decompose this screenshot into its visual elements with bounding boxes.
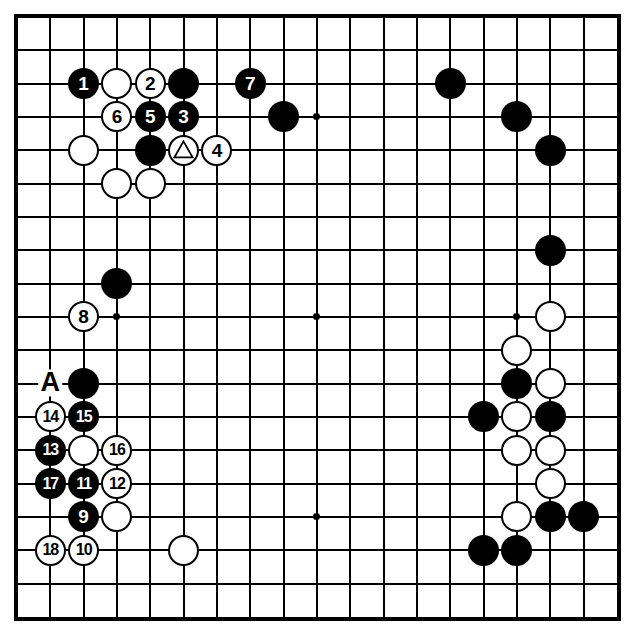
move-number: 9 — [78, 507, 89, 526]
stone-black-move-13: 13 — [35, 435, 66, 466]
grid-line-horizontal — [16, 583, 618, 585]
stone-white — [135, 168, 166, 199]
stone-black — [535, 235, 566, 266]
move-number: 14 — [42, 409, 58, 425]
stone-black — [535, 401, 566, 432]
stone-white — [535, 435, 566, 466]
move-number: 13 — [42, 442, 58, 458]
move-number: 18 — [42, 542, 58, 558]
grid-line-vertical — [416, 16, 418, 618]
stone-white-triangle — [168, 135, 199, 166]
stone-white — [535, 368, 566, 399]
stone-white — [535, 468, 566, 499]
stone-black — [435, 68, 466, 99]
move-number: 4 — [212, 141, 223, 160]
grid-line-vertical — [349, 16, 351, 618]
stone-white — [68, 435, 99, 466]
move-number: 7 — [245, 74, 256, 93]
move-number: 2 — [145, 74, 156, 93]
stone-white — [68, 135, 99, 166]
move-number: 8 — [78, 307, 89, 326]
stone-black — [535, 501, 566, 532]
move-number: 1 — [78, 74, 89, 93]
stone-white-move-10: 10 — [68, 535, 99, 566]
go-diagram: 123456789101112131415161718 A — [0, 0, 640, 640]
grid-line-vertical — [483, 16, 485, 618]
move-number: 11 — [76, 476, 91, 492]
grid-line-vertical — [449, 16, 451, 618]
move-number: 3 — [178, 107, 189, 126]
triangle-mark-icon — [170, 137, 197, 164]
point-label-a: A — [39, 369, 63, 396]
move-number: 15 — [76, 409, 92, 425]
stone-black-move-17: 17 — [35, 468, 66, 499]
stone-white — [168, 535, 199, 566]
move-number: 6 — [112, 107, 123, 126]
move-number: 10 — [76, 542, 92, 558]
stone-black — [501, 535, 532, 566]
move-number: 12 — [109, 476, 125, 492]
move-number: 5 — [145, 107, 156, 126]
stone-black — [468, 535, 499, 566]
stone-black-move-7: 7 — [235, 68, 266, 99]
move-number: 16 — [109, 442, 125, 458]
stone-white-move-18: 18 — [35, 535, 66, 566]
stone-black — [135, 135, 166, 166]
move-number: 17 — [42, 476, 58, 492]
stone-white-move-2: 2 — [135, 68, 166, 99]
grid-line-vertical — [383, 16, 385, 618]
stone-white — [501, 435, 532, 466]
stone-black — [535, 135, 566, 166]
